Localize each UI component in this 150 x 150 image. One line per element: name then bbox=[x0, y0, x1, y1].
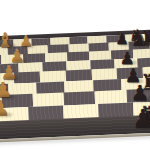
piece-shadow bbox=[132, 43, 150, 48]
pieces-layer: ♟♜♞♝♟♟♟♟♟♜♟♟♟♜♟ bbox=[0, 0, 150, 150]
piece-shadow bbox=[119, 43, 131, 46]
piece-shadow bbox=[135, 98, 150, 102]
piece-shadow bbox=[5, 76, 20, 80]
piece-shadow bbox=[23, 45, 35, 48]
piece-shadow bbox=[0, 44, 16, 48]
piece-shadow bbox=[0, 95, 15, 99]
piece-shadow bbox=[137, 124, 150, 129]
piece-shadow bbox=[129, 79, 144, 83]
chess-photo-stage: ♟♜♞♝♟♟♟♟♟♜♟♟♟♜♟ bbox=[0, 0, 150, 150]
piece-shadow bbox=[0, 113, 12, 117]
